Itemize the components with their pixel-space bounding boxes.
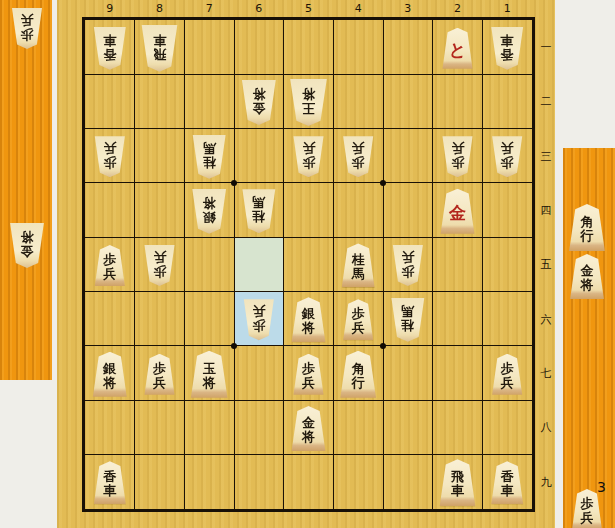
board-cell[interactable]	[184, 346, 234, 400]
board-cell[interactable]	[85, 20, 135, 74]
board-cell[interactable]	[333, 237, 383, 291]
shogi-app: 香車飛車と香車金将王将歩兵桂馬歩兵歩兵歩兵歩兵銀将桂馬金歩兵歩兵桂馬歩兵歩兵銀将…	[0, 0, 615, 528]
board-cell[interactable]	[383, 292, 433, 346]
piece-kanji: 角	[581, 215, 594, 229]
piece-kanji: 将	[581, 278, 594, 292]
board-cell[interactable]	[383, 346, 433, 400]
board-cell[interactable]	[284, 455, 334, 509]
board-cell[interactable]	[85, 237, 135, 291]
piece-kanji: 金	[21, 244, 34, 258]
board-cell[interactable]	[184, 20, 234, 74]
board-cell[interactable]	[135, 129, 185, 183]
board-cell[interactable]	[433, 74, 483, 128]
board-cell[interactable]	[184, 292, 234, 346]
board-cell[interactable]	[234, 237, 284, 291]
board-cell[interactable]	[85, 74, 135, 128]
board-cell[interactable]	[184, 74, 234, 128]
piece-kanji: 行	[581, 229, 594, 243]
board-cell[interactable]	[333, 129, 383, 183]
board-cell[interactable]	[333, 20, 383, 74]
board-cell[interactable]	[234, 183, 284, 237]
board-cell[interactable]	[184, 400, 234, 454]
board-cell[interactable]	[433, 237, 483, 291]
board-cell[interactable]	[482, 74, 532, 128]
board-cell[interactable]	[433, 455, 483, 509]
rank-label: 九	[538, 475, 554, 490]
board-cell[interactable]	[85, 129, 135, 183]
sente-pawn-count: 3	[597, 479, 606, 495]
rank-label: 五	[538, 257, 554, 272]
board-cell[interactable]	[383, 129, 433, 183]
file-label: 2	[449, 2, 467, 15]
board-cell[interactable]	[135, 400, 185, 454]
board-cell[interactable]	[234, 346, 284, 400]
file-label: 1	[498, 2, 516, 15]
board-cell[interactable]	[482, 455, 532, 509]
file-label: 3	[399, 2, 417, 15]
board-cell[interactable]	[135, 183, 185, 237]
board-cell[interactable]	[383, 237, 433, 291]
file-label: 6	[250, 2, 268, 15]
file-label: 4	[349, 2, 367, 15]
board-cell[interactable]	[284, 292, 334, 346]
board-cell[interactable]	[433, 400, 483, 454]
board-cell[interactable]	[284, 74, 334, 128]
rank-label: 八	[538, 420, 554, 435]
piece-kanji: 将	[21, 230, 34, 244]
board-cell[interactable]	[433, 346, 483, 400]
board-cell[interactable]	[482, 129, 532, 183]
board-cell[interactable]	[234, 400, 284, 454]
file-label: 5	[300, 2, 318, 15]
rank-label: 一	[538, 40, 554, 55]
board-cell[interactable]	[85, 292, 135, 346]
board-cell[interactable]	[85, 455, 135, 509]
rank-label: 三	[538, 149, 554, 164]
piece-kanji: 兵	[21, 13, 34, 27]
rank-label: 六	[538, 312, 554, 327]
file-label: 8	[151, 2, 169, 15]
board-cell[interactable]	[284, 129, 334, 183]
board-cell[interactable]	[184, 237, 234, 291]
gote-hand-tray	[0, 0, 52, 380]
board-cell[interactable]	[234, 129, 284, 183]
board-cell[interactable]	[184, 455, 234, 509]
board-cell[interactable]	[433, 292, 483, 346]
board-cell[interactable]	[482, 183, 532, 237]
board-cell[interactable]	[333, 292, 383, 346]
board-cell[interactable]	[383, 183, 433, 237]
file-label: 9	[101, 2, 119, 15]
piece-kanji: 金	[581, 264, 594, 278]
board-cell[interactable]	[234, 292, 284, 346]
rank-label: 二	[538, 94, 554, 109]
board-cell[interactable]	[333, 346, 383, 400]
board-cell[interactable]	[284, 237, 334, 291]
rank-label: 七	[538, 366, 554, 381]
board-cell[interactable]	[383, 20, 433, 74]
board-cell[interactable]	[333, 455, 383, 509]
board-cell[interactable]	[284, 183, 334, 237]
board-cell[interactable]	[85, 346, 135, 400]
board-cell[interactable]	[135, 455, 185, 509]
board-cell[interactable]	[135, 237, 185, 291]
board-cell[interactable]	[383, 74, 433, 128]
board-cell[interactable]	[383, 455, 433, 509]
board-cell[interactable]	[85, 183, 135, 237]
board-cell[interactable]	[433, 183, 483, 237]
board-cell[interactable]	[234, 455, 284, 509]
board-cell[interactable]	[482, 400, 532, 454]
board-cell[interactable]	[333, 400, 383, 454]
board-cell[interactable]	[482, 292, 532, 346]
piece-kanji: 歩	[21, 27, 34, 41]
board-cell[interactable]	[284, 20, 334, 74]
board-cell[interactable]	[135, 292, 185, 346]
board-cell[interactable]	[234, 20, 284, 74]
board-cell[interactable]	[333, 74, 383, 128]
board-cell[interactable]	[284, 400, 334, 454]
board-cell[interactable]	[433, 129, 483, 183]
shogi-board: 香車飛車と香車金将王将歩兵桂馬歩兵歩兵歩兵歩兵銀将桂馬金歩兵歩兵桂馬歩兵歩兵銀将…	[82, 17, 535, 512]
board-cell[interactable]	[482, 237, 532, 291]
board-cell[interactable]	[482, 20, 532, 74]
board-cell[interactable]	[433, 20, 483, 74]
board-cell[interactable]	[333, 183, 383, 237]
board-cell[interactable]	[383, 400, 433, 454]
piece-kanji: 歩	[581, 497, 594, 511]
board-cell[interactable]	[482, 346, 532, 400]
board-cell[interactable]	[184, 183, 234, 237]
piece-kanji: 兵	[581, 511, 594, 525]
board-cell[interactable]	[135, 74, 185, 128]
board-cell[interactable]	[234, 74, 284, 128]
rank-label: 四	[538, 203, 554, 218]
board-cell[interactable]	[284, 346, 334, 400]
board-cell[interactable]	[184, 129, 234, 183]
file-label: 7	[200, 2, 218, 15]
board-cell[interactable]	[85, 400, 135, 454]
board-cell[interactable]	[135, 20, 185, 74]
board-cell[interactable]	[135, 346, 185, 400]
